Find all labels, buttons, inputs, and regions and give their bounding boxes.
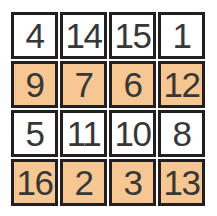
cell-r3-c2: 3: [109, 159, 156, 206]
cell-r3-c1: 2: [60, 159, 107, 206]
cell-r0-c2: 15: [109, 12, 156, 59]
cell-r2-c0: 5: [11, 110, 58, 157]
cell-r2-c2: 10: [109, 110, 156, 157]
cell-r1-c2: 6: [109, 61, 156, 108]
cell-r2-c3: 8: [158, 110, 205, 157]
cell-r0-c1: 14: [60, 12, 107, 59]
cell-r1-c1: 7: [60, 61, 107, 108]
cell-r1-c3: 12: [158, 61, 205, 108]
cell-r2-c1: 11: [60, 110, 107, 157]
cell-r0-c0: 4: [11, 12, 58, 59]
cell-r3-c3: 13: [158, 159, 205, 206]
cell-r3-c0: 16: [11, 159, 58, 206]
magic-square-board: 4 14 15 1 9 7 6 12 5 11 10 8 16 2 3 13: [11, 12, 205, 206]
cell-r0-c3: 1: [158, 12, 205, 59]
cell-r1-c0: 9: [11, 61, 58, 108]
